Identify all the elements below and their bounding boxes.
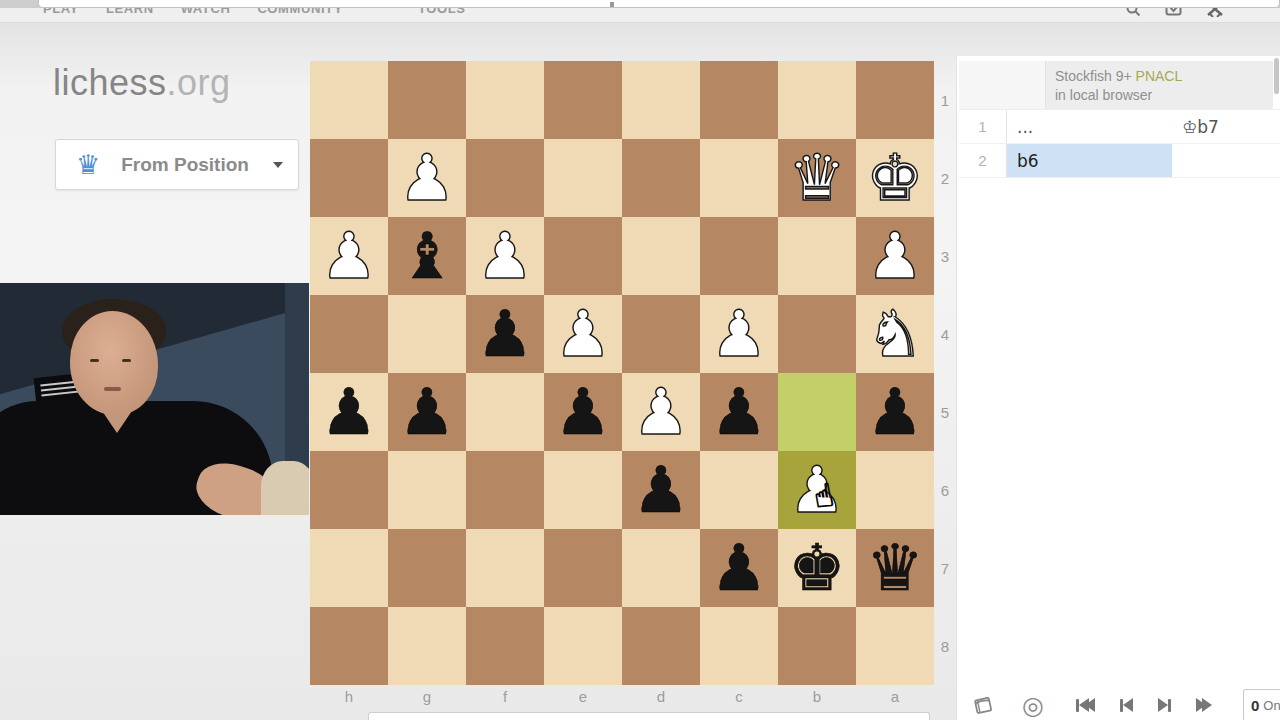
rank-label-5: 5	[934, 373, 956, 451]
square-c4[interactable]: ♟	[700, 295, 778, 373]
black-king-b7: ♚	[788, 536, 845, 600]
next-move-button[interactable]	[1158, 698, 1171, 712]
black-pawn-h5: ♟	[320, 380, 377, 444]
file-label-a: a	[856, 685, 934, 707]
site-nav-bar: PLAYLEARNWATCHCOMMUNITYTOOLS	[0, 8, 1280, 23]
rank-label-3: 3	[934, 217, 956, 295]
white-knight-a4: ♞	[866, 302, 923, 366]
engine-tech: PNACL	[1136, 68, 1183, 84]
rank-label-4: 4	[934, 295, 956, 373]
move-list: 1...♔b72b6	[959, 109, 1280, 178]
square-g7[interactable]	[388, 529, 466, 607]
square-d4[interactable]	[622, 295, 700, 373]
square-d7[interactable]	[622, 529, 700, 607]
square-f7[interactable]	[466, 529, 544, 607]
file-label-c: c	[700, 685, 778, 707]
square-c5[interactable]: ♟	[700, 373, 778, 451]
analysis-panel: Stockfish 9+ PNACL in local browser 1...…	[956, 56, 1280, 720]
webcam-eye-left	[90, 359, 99, 362]
file-labels: hgfedcba	[310, 685, 934, 707]
white-king-a2: ♚	[866, 146, 923, 210]
file-label-e: e	[544, 685, 622, 707]
black-pawn-f4: ♟	[476, 302, 533, 366]
nav-item-learn[interactable]: LEARN	[106, 8, 154, 16]
analysis-controls: ◎	[956, 690, 1280, 720]
square-h6[interactable]	[310, 451, 388, 529]
square-c2[interactable]	[700, 139, 778, 217]
webcam-corner-object	[261, 461, 309, 515]
square-f2[interactable]	[466, 139, 544, 217]
nav-item-watch[interactable]: WATCH	[181, 8, 231, 16]
notation-book-icon[interactable]	[972, 695, 994, 715]
square-h1[interactable]	[310, 61, 388, 139]
lichess-logo[interactable]: lichess.org	[53, 62, 231, 104]
move-row-2: 2b6	[959, 144, 1280, 178]
square-f8[interactable]	[466, 607, 544, 685]
white-queen-b2: ♛	[788, 146, 845, 210]
challenge-icon[interactable]	[1165, 8, 1182, 17]
white-pawn-c4: ♟	[710, 302, 767, 366]
file-label-h: h	[310, 685, 388, 707]
black-pawn-c7: ♟	[710, 536, 767, 600]
square-g6[interactable]	[388, 451, 466, 529]
square-b2[interactable]: ♛	[778, 139, 856, 217]
square-e7[interactable]	[544, 529, 622, 607]
black-pawn-c5: ♟	[710, 380, 767, 444]
rank-label-6: 6	[934, 451, 956, 529]
square-a6[interactable]	[856, 451, 934, 529]
overlay-text: On	[1263, 698, 1280, 713]
square-a7[interactable]: ♛	[856, 529, 934, 607]
file-label-g: g	[388, 685, 466, 707]
square-c7[interactable]: ♟	[700, 529, 778, 607]
nav-item-community[interactable]: COMMUNITY	[257, 8, 343, 16]
square-c8[interactable]	[700, 607, 778, 685]
square-f1[interactable]	[466, 61, 544, 139]
overlay-count: 0	[1251, 697, 1259, 714]
white-pawn-d5: ♟	[632, 380, 689, 444]
square-c6[interactable]	[700, 451, 778, 529]
browser-caret	[610, 2, 614, 7]
square-d1[interactable]	[622, 61, 700, 139]
square-g4[interactable]	[388, 295, 466, 373]
last-move-button[interactable]	[1196, 698, 1212, 712]
square-f3[interactable]: ♟	[466, 217, 544, 295]
file-label-d: d	[622, 685, 700, 707]
square-d8[interactable]	[622, 607, 700, 685]
variant-label: From Position	[121, 154, 249, 176]
move-1-white[interactable]: ...	[1007, 110, 1172, 143]
square-a2[interactable]: ♚	[856, 139, 934, 217]
square-d6[interactable]: ♟	[622, 451, 700, 529]
square-a8[interactable]	[856, 607, 934, 685]
nav-item-play[interactable]: PLAY	[43, 8, 79, 16]
move-number: 1	[959, 110, 1007, 143]
fen-input-box[interactable]	[368, 712, 930, 720]
square-a4[interactable]: ♞	[856, 295, 934, 373]
square-h8[interactable]	[310, 607, 388, 685]
move-2-white[interactable]: b6	[1007, 144, 1172, 177]
square-e5[interactable]: ♟	[544, 373, 622, 451]
browser-chrome-strip	[0, 0, 1280, 8]
site-nav-items: PLAYLEARNWATCHCOMMUNITYTOOLS	[43, 8, 465, 16]
square-c1[interactable]	[700, 61, 778, 139]
white-pawn-f3: ♟	[476, 224, 533, 288]
square-g1[interactable]	[388, 61, 466, 139]
black-pawn-e5: ♟	[554, 380, 611, 444]
rank-label-7: 7	[934, 529, 956, 607]
square-g3[interactable]: ♝	[388, 217, 466, 295]
square-b7[interactable]: ♚	[778, 529, 856, 607]
white-pawn-e4: ♟	[554, 302, 611, 366]
logo-tld: .org	[167, 62, 231, 103]
black-pawn-a5: ♟	[866, 380, 923, 444]
black-pawn-d6: ♟	[632, 458, 689, 522]
square-d3[interactable]	[622, 217, 700, 295]
rank-label-1: 1	[934, 61, 956, 139]
crossed-swords-icon[interactable]	[1206, 8, 1224, 17]
rank-labels: 12345678	[934, 61, 956, 685]
square-h3[interactable]: ♟	[310, 217, 388, 295]
previous-move-button[interactable]	[1120, 698, 1133, 712]
white-pawn-g2: ♟	[398, 146, 455, 210]
square-d2[interactable]	[622, 139, 700, 217]
crown-icon: ♛	[76, 151, 100, 178]
square-c3[interactable]	[700, 217, 778, 295]
square-a3[interactable]: ♟	[856, 217, 934, 295]
square-b1[interactable]	[778, 61, 856, 139]
file-label-f: f	[466, 685, 544, 707]
rank-label-8: 8	[934, 607, 956, 685]
focus-rings-icon[interactable]: ◎	[1022, 693, 1044, 718]
chess-board[interactable]: ♟♛♚♟♝♟♟♟♟♟♞♟♟♟♟♟♟♟♟☝♟♚♛	[310, 61, 934, 685]
black-pawn-g5: ♟	[398, 380, 455, 444]
logo-name: lichess	[53, 62, 167, 103]
move-2-black[interactable]	[1172, 144, 1280, 177]
black-queen-a7: ♛	[866, 536, 923, 600]
square-e3[interactable]	[544, 217, 622, 295]
square-h2[interactable]	[310, 139, 388, 217]
square-e6[interactable]	[544, 451, 622, 529]
webcam-eye-right	[122, 359, 131, 362]
engine-location: in local browser	[1055, 86, 1182, 105]
square-a5[interactable]: ♟	[856, 373, 934, 451]
scrollbar-thumb[interactable]	[1274, 58, 1279, 94]
square-h5[interactable]: ♟	[310, 373, 388, 451]
square-e2[interactable]	[544, 139, 622, 217]
square-f6[interactable]	[466, 451, 544, 529]
white-pawn-a3: ♟	[866, 224, 923, 288]
square-b5[interactable]	[778, 373, 856, 451]
square-e1[interactable]	[544, 61, 622, 139]
square-g2[interactable]: ♟	[388, 139, 466, 217]
overlay-count-box: 0 On	[1243, 689, 1280, 720]
site-nav-icons	[1125, 8, 1272, 22]
square-e8[interactable]	[544, 607, 622, 685]
square-h7[interactable]	[310, 529, 388, 607]
move-nav-group	[1076, 698, 1212, 712]
square-f5[interactable]	[466, 373, 544, 451]
webcam-video	[0, 283, 309, 515]
white-pawn-h3: ♟	[320, 224, 377, 288]
engine-box[interactable]: Stockfish 9+ PNACL in local browser	[959, 61, 1273, 109]
webcam-person-face	[70, 311, 158, 415]
engine-name: Stockfish 9+	[1055, 68, 1132, 84]
square-a1[interactable]	[856, 61, 934, 139]
nav-item-tools[interactable]: TOOLS	[418, 8, 466, 16]
square-h4[interactable]	[310, 295, 388, 373]
file-label-b: b	[778, 685, 856, 707]
square-b6[interactable]: ♟☝	[778, 451, 856, 529]
square-f4[interactable]: ♟	[466, 295, 544, 373]
square-e4[interactable]: ♟	[544, 295, 622, 373]
move-number: 2	[959, 144, 1007, 177]
engine-toggle-area[interactable]	[959, 61, 1046, 109]
square-b4[interactable]	[778, 295, 856, 373]
square-d5[interactable]: ♟	[622, 373, 700, 451]
chevron-down-icon	[273, 162, 283, 168]
rank-label-2: 2	[934, 139, 956, 217]
engine-info: Stockfish 9+ PNACL in local browser	[1046, 61, 1182, 109]
square-b8[interactable]	[778, 607, 856, 685]
square-g5[interactable]: ♟	[388, 373, 466, 451]
browser-bar-bottom	[38, 0, 1280, 8]
square-g8[interactable]	[388, 607, 466, 685]
webcam-mouth	[104, 387, 121, 391]
square-b3[interactable]	[778, 217, 856, 295]
move-1-black[interactable]: ♔b7	[1172, 110, 1280, 143]
black-bishop-g3: ♝	[398, 224, 455, 288]
move-row-1: 1...♔b7	[959, 110, 1280, 144]
variant-dropdown[interactable]: ♛ From Position	[55, 139, 299, 190]
search-icon[interactable]	[1125, 8, 1141, 17]
first-move-button[interactable]	[1076, 698, 1095, 712]
